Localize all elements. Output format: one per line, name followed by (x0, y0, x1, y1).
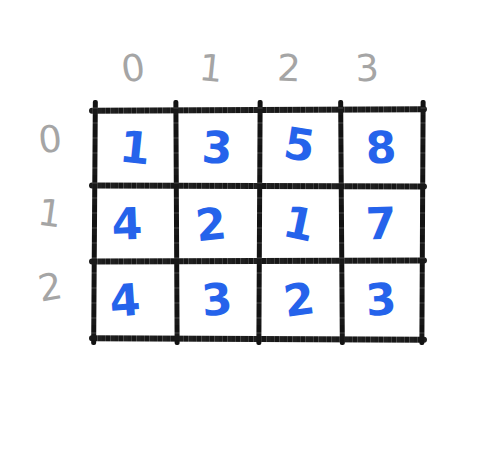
grid-cells: 1 3 5 8 4 2 1 7 4 3 2 3 (94, 110, 422, 338)
col-label-1: 1 (170, 40, 253, 96)
hand-drawn-grid-diagram: 0 1 2 3 0 1 2 1 3 5 8 4 2 1 7 4 3 2 3 (0, 0, 480, 460)
cell-r2-c2: 2 (253, 257, 345, 344)
cell-r1-c0: 4 (85, 185, 170, 264)
column-labels: 0 1 2 3 (94, 44, 406, 92)
cell-r0-c2: 5 (253, 101, 346, 189)
cell-r1-c1: 2 (166, 183, 255, 267)
col-label-2: 2 (249, 43, 329, 94)
cell-r1-c3: 7 (339, 185, 424, 264)
cell-r0-c1: 3 (174, 108, 260, 188)
row-label-1: 1 (21, 173, 79, 253)
cell-r2-c1: 3 (173, 259, 261, 342)
row-labels: 0 1 2 (26, 102, 74, 324)
cell-r0-c0: 1 (90, 106, 179, 190)
cell-r2-c0: 4 (81, 260, 168, 342)
col-label-3: 3 (327, 42, 407, 94)
row-label-2: 2 (20, 246, 80, 327)
row-label-0: 0 (22, 100, 77, 179)
col-label-0: 0 (91, 39, 175, 97)
cell-r0-c3: 8 (338, 108, 424, 188)
cell-r2-c3: 3 (337, 259, 424, 341)
